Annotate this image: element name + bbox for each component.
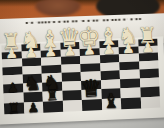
square [62,100,82,112]
banner-print-marks: ▪·▪ ·▪▪▪▪·▪ ▪·▪▪ ▪▪ ·▪ ▪·▪▪· ▪▪·▪▪▪ ▪· ▪… [0,16,164,26]
chess-photo: ▪·▪ ·▪▪▪▪·▪ ▪·▪▪ ▪▪ ·▪ ▪·▪▪· ▪▪·▪▪▪ ▪· ▪… [0,0,164,128]
square [43,101,63,113]
square [121,97,141,109]
square: ♟ [23,102,43,114]
piece-bR: ♜ [7,101,20,116]
square [140,97,160,109]
piece-bP: ♟ [27,101,39,114]
chess-board: ♜♞♝♛♚♝♞♜♟♟♟♟♟♟♟♟♟♞♞♜♛♜♟♝ [0,36,164,124]
square [82,99,102,111]
square: ♝ [101,98,121,110]
square: ♜ [4,103,24,115]
board-grid: ♜♞♝♛♚♝♞♜♟♟♟♟♟♟♟♟♟♞♞♜♛♜♟♝ [1,39,160,115]
